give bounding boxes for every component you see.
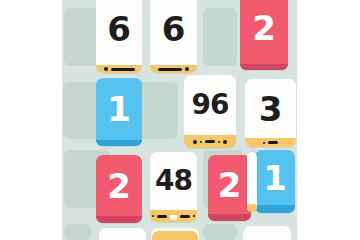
- card-back-r4c2[interactable]: [151, 228, 199, 240]
- tile-2-r3c1[interactable]: 2: [96, 155, 142, 223]
- tile-number: 3: [259, 92, 283, 126]
- empty-cell: [203, 8, 237, 66]
- empty-cell: [203, 224, 237, 240]
- tile-feet-icon: [184, 135, 236, 148]
- tile-bottom-edge: [96, 140, 142, 146]
- feet-dot-icon: [193, 140, 197, 144]
- card-top-r4c1[interactable]: [99, 228, 146, 240]
- feet-tooth-icon: [170, 215, 177, 220]
- tile-96-r2c3[interactable]: 96: [184, 75, 236, 148]
- tile-feet-icon: [245, 138, 296, 147]
- tile-48-r3c2[interactable]: 48: [150, 152, 197, 222]
- feet-dot-icon: [104, 67, 108, 71]
- feet-dot-icon: [185, 67, 189, 71]
- tile-feet-icon: [150, 210, 197, 222]
- tile-feet-icon: [150, 65, 197, 73]
- feet-dash-icon: [268, 141, 278, 144]
- tile-3-r2c4[interactable]: 3: [245, 79, 296, 147]
- tile-feet-icon: [96, 65, 142, 73]
- tile-6-r1c1[interactable]: 6: [96, 0, 142, 73]
- tile-number: 2: [107, 169, 131, 203]
- feet-sdot-icon: [193, 215, 195, 217]
- feet-sdot-icon: [200, 141, 202, 143]
- feet-bar-icon: [158, 68, 182, 71]
- tile-number: 2: [252, 11, 276, 45]
- tile-1-r2c1[interactable]: 1: [96, 78, 142, 146]
- tile-6-r1c2[interactable]: 6: [150, 0, 197, 73]
- feet-sdot-icon: [152, 215, 154, 217]
- tile-bottom-edge: [247, 204, 257, 212]
- tile-2-r3c3[interactable]: 2: [208, 155, 251, 221]
- tile-number: 96: [192, 91, 229, 119]
- feet-bar-icon: [111, 68, 135, 71]
- tile-number: 48: [155, 167, 192, 195]
- feet-dash-icon: [157, 215, 167, 218]
- tile-1-r3c4[interactable]: 1: [255, 150, 295, 213]
- tile-number: 6: [162, 12, 186, 46]
- feet-dot-icon: [223, 140, 227, 144]
- tile-number: 1: [263, 161, 287, 195]
- feet-dash-icon: [205, 140, 215, 143]
- card-back-icon: [152, 231, 198, 240]
- tile-bottom-edge: [255, 205, 295, 213]
- tile-bottom-edge: [96, 216, 142, 223]
- tile-bottom-edge: [208, 214, 251, 221]
- empty-cell: [64, 224, 92, 240]
- tile-bottom-edge: [240, 64, 288, 70]
- tile-number: 1: [107, 92, 131, 126]
- tile-number: 6: [107, 12, 131, 46]
- tile-2-r1c4[interactable]: 2: [240, 0, 288, 70]
- threes-game-screen: 662196324821: [0, 0, 360, 240]
- feet-dash-icon: [180, 215, 190, 218]
- card-edge-sliver[interactable]: [247, 152, 257, 212]
- card-top-r4c4[interactable]: [243, 226, 291, 240]
- feet-sdot-icon: [263, 142, 265, 144]
- tile-number: 2: [218, 168, 242, 202]
- feet-sdot-icon: [218, 141, 220, 143]
